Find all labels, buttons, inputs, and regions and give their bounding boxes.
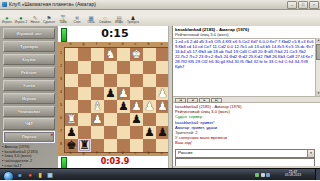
square-f1[interactable] xyxy=(91,48,104,61)
square-f6[interactable]: ♟ xyxy=(91,113,104,126)
toolbar-label: Инфо xyxy=(115,21,123,24)
piece-white-pawn[interactable]: ♟ xyxy=(143,100,156,113)
ie-icon[interactable]: e xyxy=(16,171,24,179)
toolbar-label: Стоп xyxy=(73,21,80,24)
square-e6[interactable] xyxy=(104,113,117,126)
piece-black-pawn[interactable]: ♟ xyxy=(143,126,156,139)
square-b3[interactable] xyxy=(143,74,156,87)
square-h4[interactable] xyxy=(65,87,78,100)
sidebar-item-ЧАТ[interactable]: ЧАТ xyxy=(3,118,55,129)
square-e4[interactable]: ♟ xyxy=(104,87,117,100)
move-nav-strip: |◀◀▶▶| xyxy=(173,96,320,103)
move-list[interactable]: 1.e4 c6 2.d4 d5 3.e5 Сf5 4.Кf3 e6 5.Сe2 … xyxy=(173,38,318,98)
square-e5[interactable] xyxy=(104,100,117,113)
square-e1[interactable]: ♞ xyxy=(104,48,117,61)
square-g2[interactable] xyxy=(78,61,91,74)
square-g3[interactable] xyxy=(78,74,91,87)
toolbar-play2-button[interactable]: ●Играть 2 xyxy=(14,15,28,26)
toolbar-label: Тайм xyxy=(59,21,66,24)
square-c2[interactable] xyxy=(130,61,143,74)
square-g6[interactable] xyxy=(78,113,91,126)
game-info-panel: kasablanka4 (2185) - Аматар (1976) Рейти… xyxy=(172,26,320,168)
square-b7[interactable]: ♟ xyxy=(143,126,156,139)
scroll-up-icon[interactable]: ▲ xyxy=(316,38,320,43)
toolbar-label: Сдаться xyxy=(43,21,55,24)
square-d7[interactable] xyxy=(117,126,130,139)
log-line: Ваш ход! xyxy=(175,140,316,145)
event-line: Рейтинговый блиц 3-0 (матч) xyxy=(173,33,320,38)
player-clock-panel: 0:03.9 xyxy=(58,156,172,168)
square-f7[interactable] xyxy=(91,126,104,139)
square-d6[interactable] xyxy=(117,113,130,126)
piece-black-pawn[interactable]: ♟ xyxy=(130,113,143,126)
scroll-thumb[interactable] xyxy=(316,44,320,60)
close-button[interactable]: × xyxy=(309,1,319,9)
toolbar-info-button[interactable]: ▤Инфо xyxy=(112,15,126,26)
chess-board: ♞♚♟♟♟♝♟♟♟♟♜♟♟♟♟♟♚♜ xyxy=(64,47,170,153)
tray-icon-1[interactable] xyxy=(255,173,259,177)
tray-icons xyxy=(255,173,270,177)
square-g4[interactable] xyxy=(78,87,91,100)
taskbar: e●▮▣ 21:47 05.08.2013 xyxy=(0,168,320,180)
toolbar-resign-button[interactable]: ⚑Сдаться xyxy=(42,15,56,26)
piece-white-king[interactable]: ♚ xyxy=(130,48,143,61)
sidebar-sublist: ▪ Аматар (1976)▪ kasablanka4 (2185)▪ бли… xyxy=(2,145,56,169)
square-b5[interactable]: ♟ xyxy=(143,100,156,113)
toolbar-label: Ничья xyxy=(31,21,40,24)
combo-value: Россия xyxy=(176,150,314,157)
system-tray-clock[interactable]: 21:47 05.08.2013 xyxy=(272,170,314,180)
square-e2[interactable] xyxy=(104,61,117,74)
sidebar-item-Рейтинг[interactable]: Рейтинг xyxy=(3,67,55,78)
piece-white-pawn[interactable]: ♟ xyxy=(91,113,104,126)
toolbar-label: Играть 2 xyxy=(15,21,27,24)
tray-icon-2[interactable] xyxy=(261,173,265,177)
app-icon xyxy=(2,2,7,7)
player-clock: 0:03.9 xyxy=(58,157,172,166)
square-h2[interactable] xyxy=(65,61,78,74)
game-log: kasablanka4 (2185) - Аматар (1976)Рейтин… xyxy=(173,103,318,150)
explorer-icon[interactable]: ▣ xyxy=(46,171,54,179)
toolbar-stop-button[interactable]: ✖Стоп xyxy=(70,15,84,26)
sidebar-item-Игроки[interactable]: Игроки xyxy=(3,93,55,104)
square-c7[interactable] xyxy=(130,126,143,139)
toolbar-time-button[interactable]: ⌛Тайм xyxy=(56,15,70,26)
square-b1[interactable] xyxy=(143,48,156,61)
close-icon[interactable]: × xyxy=(51,133,53,137)
square-b2[interactable] xyxy=(143,61,156,74)
toolbar-label: Смайлы xyxy=(99,21,111,24)
toolbar-label: Играть xyxy=(2,21,12,24)
title-bar: Клуб «Шахматная планета» (Аматар) – □ × xyxy=(0,0,320,10)
tray-date: 05.08.2013 xyxy=(272,174,314,178)
square-c6[interactable]: ♟ xyxy=(130,113,143,126)
toolbar-draw-button[interactable]: ✎Ничья xyxy=(28,15,42,26)
square-d5[interactable]: ♟ xyxy=(117,100,130,113)
start-button[interactable] xyxy=(3,171,14,181)
square-d1[interactable] xyxy=(117,48,130,61)
toolbar-windows-button[interactable]: ▦Окна xyxy=(84,15,98,26)
board-frame: hgfedcba 12345678 ♞♚♟♟♟♝♟♟♟♟♜♟♟♟♟♟♚♜ hgf… xyxy=(58,42,168,156)
square-d2[interactable] xyxy=(117,61,130,74)
moves-scrollbar[interactable]: ▲ ▼ xyxy=(315,38,320,96)
opponent-clock-panel: 0:15 xyxy=(58,26,172,42)
minimize-button[interactable]: – xyxy=(287,1,297,9)
toolbar-label: Трибуна xyxy=(127,21,139,24)
piece-white-knight[interactable]: ♞ xyxy=(104,48,117,61)
show-desktop-button[interactable] xyxy=(315,169,320,180)
sidebar: Игровой залТурнирыКлубыРейтингУчебаИгрок… xyxy=(0,26,59,168)
piece-black-pawn[interactable]: ♟ xyxy=(117,100,130,113)
toolbar-smiley-button[interactable]: ☺Смайлы xyxy=(98,15,112,26)
maximize-button[interactable]: □ xyxy=(298,1,308,9)
toolbar-label: Окна xyxy=(87,21,94,24)
sidebar-item-Игровой зал[interactable]: Игровой зал xyxy=(3,28,55,39)
game-area: 0:15 hgfedcba 12345678 ♞♚♟♟♟♝♟♟♟♟♜♟♟♟♟♟♚… xyxy=(58,26,172,168)
sidebar-item-Клубы[interactable]: Клубы xyxy=(3,54,55,65)
square-c1[interactable]: ♚ xyxy=(130,48,143,61)
piece-black-pawn[interactable]: ♟ xyxy=(104,87,117,100)
square-c3[interactable] xyxy=(130,74,143,87)
tray-icon-3[interactable] xyxy=(266,173,270,177)
sidebar-item-Чемпионат[interactable]: Чемпионат xyxy=(3,106,55,117)
toolbar-play-button[interactable]: ●Играть xyxy=(0,15,14,26)
sidebar-item-Учеба[interactable]: Учеба xyxy=(3,80,55,91)
window-title: Клуб «Шахматная планета» (Аматар) xyxy=(9,1,96,8)
chat-channel-combo[interactable]: Россия ▼ xyxy=(175,149,315,158)
sidebar-item-Турниры[interactable]: Турниры xyxy=(3,41,55,52)
square-h1[interactable] xyxy=(65,48,78,61)
square-e7[interactable] xyxy=(104,126,117,139)
square-f3[interactable] xyxy=(91,74,104,87)
square-g5[interactable] xyxy=(78,100,91,113)
square-g1[interactable] xyxy=(78,48,91,61)
square-h3[interactable] xyxy=(65,74,78,87)
sidebar-item-Партия[interactable]: Партия× xyxy=(3,131,55,142)
chevron-down-icon[interactable]: ▼ xyxy=(307,150,314,157)
toolbar-tribune-button[interactable]: ♟Трибуна xyxy=(126,15,140,26)
square-f2[interactable] xyxy=(91,61,104,74)
opponent-clock: 0:15 xyxy=(58,27,172,40)
opera-icon[interactable]: ● xyxy=(26,171,34,179)
folder-icon[interactable]: ▮ xyxy=(36,171,44,179)
